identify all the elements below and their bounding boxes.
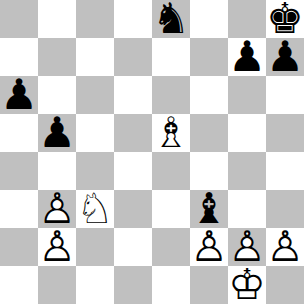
square-d1[interactable] [114, 266, 152, 304]
square-f2[interactable]: ♟♙ [190, 228, 228, 266]
square-c3[interactable]: ♞♘ [76, 190, 114, 228]
black-knight-glyph: ♞ [152, 0, 190, 38]
square-f5[interactable] [190, 114, 228, 152]
black-knight[interactable]: ♞ [152, 0, 190, 38]
square-e1[interactable] [152, 266, 190, 304]
square-c7[interactable] [76, 38, 114, 76]
black-king-glyph: ♚ [266, 0, 304, 38]
square-c1[interactable] [76, 266, 114, 304]
white-pawn[interactable]: ♟♙ [266, 228, 304, 266]
black-pawn-glyph: ♟ [228, 38, 266, 76]
white-pawn[interactable]: ♟♙ [228, 228, 266, 266]
white-knight-fill-glyph: ♞ [76, 190, 114, 228]
square-e2[interactable] [152, 228, 190, 266]
square-b7[interactable] [38, 38, 76, 76]
square-f6[interactable] [190, 76, 228, 114]
square-f4[interactable] [190, 152, 228, 190]
black-pawn[interactable]: ♟ [38, 114, 76, 152]
square-g8[interactable] [228, 0, 266, 38]
square-h7[interactable]: ♟ [266, 38, 304, 76]
square-h2[interactable]: ♟♙ [266, 228, 304, 266]
square-g2[interactable]: ♟♙ [228, 228, 266, 266]
white-knight[interactable]: ♞♘ [76, 190, 114, 228]
black-pawn[interactable]: ♟ [0, 76, 38, 114]
white-king[interactable]: ♚♔ [228, 266, 266, 304]
black-bishop-glyph: ♝ [190, 190, 228, 228]
square-c5[interactable] [76, 114, 114, 152]
white-pawn-outline-glyph: ♙ [266, 228, 304, 266]
square-c4[interactable] [76, 152, 114, 190]
white-pawn-outline-glyph: ♙ [190, 228, 228, 266]
square-d3[interactable] [114, 190, 152, 228]
white-pawn-fill-glyph: ♟ [38, 190, 76, 228]
square-h5[interactable] [266, 114, 304, 152]
square-h3[interactable] [266, 190, 304, 228]
square-f7[interactable] [190, 38, 228, 76]
square-e8[interactable]: ♞ [152, 0, 190, 38]
white-bishop[interactable]: ♝♗ [152, 114, 190, 152]
square-f3[interactable]: ♝ [190, 190, 228, 228]
square-a6[interactable]: ♟ [0, 76, 38, 114]
black-pawn-glyph: ♟ [0, 76, 38, 114]
square-d4[interactable] [114, 152, 152, 190]
white-king-fill-glyph: ♚ [228, 266, 266, 304]
square-b6[interactable] [38, 76, 76, 114]
square-d5[interactable] [114, 114, 152, 152]
square-a2[interactable] [0, 228, 38, 266]
square-a5[interactable] [0, 114, 38, 152]
square-e6[interactable] [152, 76, 190, 114]
white-pawn-fill-glyph: ♟ [228, 228, 266, 266]
square-g5[interactable] [228, 114, 266, 152]
black-bishop[interactable]: ♝ [190, 190, 228, 228]
square-d6[interactable] [114, 76, 152, 114]
square-a4[interactable] [0, 152, 38, 190]
square-b4[interactable] [38, 152, 76, 190]
square-g3[interactable] [228, 190, 266, 228]
white-knight-outline-glyph: ♘ [76, 190, 114, 228]
square-e7[interactable] [152, 38, 190, 76]
white-pawn-fill-glyph: ♟ [38, 228, 76, 266]
black-king[interactable]: ♚ [266, 0, 304, 38]
square-g6[interactable] [228, 76, 266, 114]
square-d2[interactable] [114, 228, 152, 266]
square-e3[interactable] [152, 190, 190, 228]
white-king-outline-glyph: ♔ [228, 266, 266, 304]
square-f1[interactable] [190, 266, 228, 304]
square-b5[interactable]: ♟ [38, 114, 76, 152]
square-b2[interactable]: ♟♙ [38, 228, 76, 266]
square-h6[interactable] [266, 76, 304, 114]
white-pawn-fill-glyph: ♟ [266, 228, 304, 266]
square-g1[interactable]: ♚♔ [228, 266, 266, 304]
black-pawn-glyph: ♟ [266, 38, 304, 76]
square-e5[interactable]: ♝♗ [152, 114, 190, 152]
square-h4[interactable] [266, 152, 304, 190]
square-b8[interactable] [38, 0, 76, 38]
black-pawn-glyph: ♟ [38, 114, 76, 152]
white-pawn[interactable]: ♟♙ [38, 190, 76, 228]
white-pawn-outline-glyph: ♙ [38, 228, 76, 266]
white-pawn[interactable]: ♟♙ [190, 228, 228, 266]
square-a1[interactable] [0, 266, 38, 304]
white-pawn-outline-glyph: ♙ [228, 228, 266, 266]
black-pawn[interactable]: ♟ [266, 38, 304, 76]
square-b3[interactable]: ♟♙ [38, 190, 76, 228]
white-bishop-fill-glyph: ♝ [152, 114, 190, 152]
white-pawn-fill-glyph: ♟ [190, 228, 228, 266]
black-pawn[interactable]: ♟ [228, 38, 266, 76]
square-d7[interactable] [114, 38, 152, 76]
square-h8[interactable]: ♚ [266, 0, 304, 38]
white-bishop-outline-glyph: ♗ [152, 114, 190, 152]
square-h1[interactable] [266, 266, 304, 304]
square-c6[interactable] [76, 76, 114, 114]
white-pawn-outline-glyph: ♙ [38, 190, 76, 228]
square-g7[interactable]: ♟ [228, 38, 266, 76]
square-e4[interactable] [152, 152, 190, 190]
chess-board: ♞♚♟♟♟♟♝♗♟♙♞♘♝♟♙♟♙♟♙♟♙♚♔ [0, 0, 304, 304]
square-b1[interactable] [38, 266, 76, 304]
square-a8[interactable] [0, 0, 38, 38]
square-c8[interactable] [76, 0, 114, 38]
square-a7[interactable] [0, 38, 38, 76]
square-d8[interactable] [114, 0, 152, 38]
white-pawn[interactable]: ♟♙ [38, 228, 76, 266]
square-f8[interactable] [190, 0, 228, 38]
square-g4[interactable] [228, 152, 266, 190]
square-c2[interactable] [76, 228, 114, 266]
square-a3[interactable] [0, 190, 38, 228]
